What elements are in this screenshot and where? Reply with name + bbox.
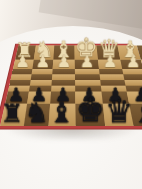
square-e8: ♚ [75, 104, 105, 126]
square-g2: ♟ [32, 60, 53, 69]
square-c2: ♟ [120, 60, 142, 69]
square-f7: ♟ [50, 92, 75, 104]
black-pawn-piece: ♟ [8, 86, 25, 105]
square-h7: ♟ [5, 92, 28, 104]
black-rook-piece: ♜ [1, 101, 24, 127]
square-f1: ♝ [54, 46, 75, 60]
board-perspective-wrap: ♜♞♝♚♛♝♞♜♟♟♟♟♟♟♟♟♟♟♟♟♟♟♟♟♜♞♝♚♛♝♞♜ [0, 44, 142, 123]
chess-board: ♜♞♝♚♛♝♞♜♟♟♟♟♟♟♟♟♟♟♟♟♟♟♟♟♜♞♝♚♛♝♞♜ [0, 44, 142, 128]
square-f8: ♝ [49, 104, 75, 126]
square-e1: ♚ [74, 46, 98, 60]
square-e2: ♟ [74, 60, 98, 69]
square-g1: ♞ [34, 46, 55, 60]
square-h2: ♟ [13, 60, 33, 69]
square-d1: ♛ [96, 46, 120, 60]
square-c7: ♟ [127, 92, 142, 104]
square-g7: ♟ [27, 92, 51, 104]
square-e7: ♟ [75, 92, 103, 104]
black-pawn-piece: ♟ [30, 86, 47, 105]
black-pawn-piece: ♟ [133, 86, 142, 105]
square-f2: ♟ [53, 60, 75, 69]
square-d2: ♟ [98, 60, 122, 69]
chess-photo-scene: ♜♞♝♚♛♝♞♜♟♟♟♟♟♟♟♟♟♟♟♟♟♟♟♟♜♞♝♚♛♝♞♜ [0, 0, 142, 189]
square-g8: ♞ [23, 104, 50, 126]
black-pawn-piece: ♟ [54, 86, 71, 105]
black-pawn-piece: ♟ [80, 86, 97, 105]
black-queen-piece: ♛ [105, 95, 133, 127]
square-d7: ♟ [101, 92, 129, 104]
white-rook-piece: ♜ [15, 40, 33, 60]
black-pawn-piece: ♟ [107, 86, 124, 105]
square-h1: ♜ [15, 46, 36, 60]
